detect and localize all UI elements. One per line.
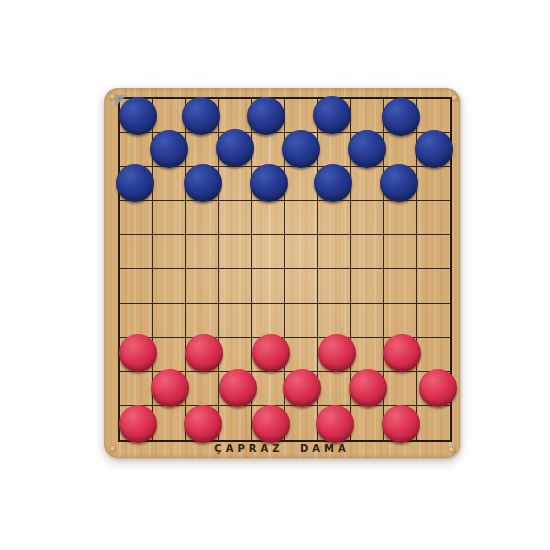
piece-red[interactable] bbox=[252, 334, 290, 372]
board-cell[interactable] bbox=[120, 304, 153, 338]
board-cell[interactable] bbox=[120, 201, 153, 235]
board-cell[interactable] bbox=[318, 269, 351, 303]
board-cell[interactable] bbox=[351, 99, 384, 133]
board-cell[interactable] bbox=[318, 235, 351, 269]
piece-blue[interactable] bbox=[182, 97, 220, 135]
piece-red[interactable] bbox=[419, 369, 457, 407]
board-cell[interactable] bbox=[417, 406, 450, 440]
board-cell[interactable] bbox=[153, 269, 186, 303]
board-cell[interactable] bbox=[120, 235, 153, 269]
board-cell[interactable] bbox=[219, 201, 252, 235]
screw-icon bbox=[110, 94, 116, 100]
board-cell[interactable] bbox=[120, 269, 153, 303]
board-cell[interactable] bbox=[219, 167, 252, 201]
board-cell[interactable] bbox=[351, 338, 384, 372]
board-cell[interactable] bbox=[219, 269, 252, 303]
board-cell[interactable] bbox=[285, 201, 318, 235]
board-cell[interactable] bbox=[186, 201, 219, 235]
board-cell[interactable] bbox=[351, 304, 384, 338]
board-cell[interactable] bbox=[186, 269, 219, 303]
board-cell[interactable] bbox=[153, 406, 186, 440]
board-cell[interactable] bbox=[186, 133, 219, 167]
board-cell[interactable] bbox=[186, 372, 219, 406]
board-cell[interactable] bbox=[153, 167, 186, 201]
board-cell[interactable] bbox=[285, 269, 318, 303]
board-cell[interactable] bbox=[285, 167, 318, 201]
board-cell[interactable] bbox=[384, 201, 417, 235]
board-cell[interactable] bbox=[252, 133, 285, 167]
piece-red[interactable] bbox=[119, 334, 157, 372]
piece-red[interactable] bbox=[185, 334, 223, 372]
board-cell[interactable] bbox=[417, 338, 450, 372]
board-cell[interactable] bbox=[417, 269, 450, 303]
board-cell[interactable] bbox=[252, 235, 285, 269]
board-cell[interactable] bbox=[318, 372, 351, 406]
piece-blue[interactable] bbox=[415, 130, 453, 168]
game-board: ÇAPRAZ DAMA bbox=[104, 88, 460, 458]
board-cell[interactable] bbox=[153, 235, 186, 269]
piece-red[interactable] bbox=[151, 369, 189, 407]
board-cell[interactable] bbox=[186, 235, 219, 269]
piece-blue[interactable] bbox=[184, 164, 222, 202]
piece-blue[interactable] bbox=[380, 164, 418, 202]
piece-blue[interactable] bbox=[382, 98, 420, 136]
piece-blue[interactable] bbox=[216, 129, 254, 167]
board-cell[interactable] bbox=[219, 304, 252, 338]
board-cell[interactable] bbox=[186, 304, 219, 338]
piece-red[interactable] bbox=[184, 405, 222, 443]
board-cell[interactable] bbox=[417, 99, 450, 133]
board-cell[interactable] bbox=[318, 201, 351, 235]
board-cell[interactable] bbox=[384, 372, 417, 406]
board-cell[interactable] bbox=[384, 269, 417, 303]
piece-red[interactable] bbox=[318, 334, 356, 372]
piece-blue[interactable] bbox=[348, 130, 386, 168]
board-cell[interactable] bbox=[120, 133, 153, 167]
piece-red[interactable] bbox=[283, 369, 321, 407]
board-cell[interactable] bbox=[219, 338, 252, 372]
piece-red[interactable] bbox=[383, 334, 421, 372]
piece-red[interactable] bbox=[382, 405, 420, 443]
board-cell[interactable] bbox=[417, 235, 450, 269]
board-cell[interactable] bbox=[153, 304, 186, 338]
board-cell[interactable] bbox=[384, 235, 417, 269]
piece-blue[interactable] bbox=[282, 130, 320, 168]
board-cell[interactable] bbox=[285, 338, 318, 372]
board-cell[interactable] bbox=[351, 201, 384, 235]
board-cell[interactable] bbox=[153, 201, 186, 235]
board-cell[interactable] bbox=[351, 235, 384, 269]
board-cell[interactable] bbox=[285, 235, 318, 269]
piece-red[interactable] bbox=[252, 405, 290, 443]
board-cell[interactable] bbox=[120, 372, 153, 406]
board-cell[interactable] bbox=[153, 338, 186, 372]
piece-red[interactable] bbox=[316, 405, 354, 443]
board-cell[interactable] bbox=[252, 201, 285, 235]
board-cell[interactable] bbox=[351, 269, 384, 303]
board-cell[interactable] bbox=[219, 235, 252, 269]
piece-red[interactable] bbox=[349, 369, 387, 407]
piece-blue[interactable] bbox=[313, 96, 351, 134]
board-cell[interactable] bbox=[351, 406, 384, 440]
piece-blue[interactable] bbox=[150, 130, 188, 168]
board-cell[interactable] bbox=[318, 133, 351, 167]
board-cell[interactable] bbox=[318, 304, 351, 338]
photo-background: ÇAPRAZ DAMA bbox=[0, 0, 550, 550]
board-cell[interactable] bbox=[285, 304, 318, 338]
board-cell[interactable] bbox=[384, 304, 417, 338]
board-cell[interactable] bbox=[252, 269, 285, 303]
board-cell[interactable] bbox=[384, 133, 417, 167]
board-cell[interactable] bbox=[417, 167, 450, 201]
board-cell[interactable] bbox=[417, 201, 450, 235]
board-cell[interactable] bbox=[219, 406, 252, 440]
piece-blue[interactable] bbox=[314, 164, 352, 202]
piece-blue[interactable] bbox=[247, 97, 285, 135]
board-title: ÇAPRAZ DAMA bbox=[104, 442, 460, 456]
corner-mark-icon bbox=[115, 95, 127, 107]
piece-blue[interactable] bbox=[250, 164, 288, 202]
piece-red[interactable] bbox=[119, 405, 157, 443]
piece-red[interactable] bbox=[219, 369, 257, 407]
board-cell[interactable] bbox=[417, 304, 450, 338]
piece-blue[interactable] bbox=[116, 164, 154, 202]
board-cell[interactable] bbox=[252, 304, 285, 338]
screw-icon bbox=[452, 95, 458, 101]
